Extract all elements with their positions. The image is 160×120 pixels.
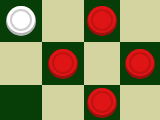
board-square-r2c1[interactable] bbox=[0, 42, 42, 85]
red-checker-ring bbox=[52, 52, 74, 74]
red-checker-ring bbox=[91, 9, 113, 31]
board-square-r1c3[interactable] bbox=[84, 0, 120, 42]
board-square-r1c4[interactable] bbox=[120, 0, 160, 42]
white-checker-ring bbox=[10, 9, 32, 31]
red-checker-ring bbox=[91, 91, 113, 113]
checkers-board bbox=[0, 0, 160, 120]
white-checker-piece[interactable] bbox=[6, 6, 36, 36]
board-square-r2c3[interactable] bbox=[84, 42, 120, 85]
checkers-game-screen bbox=[0, 0, 160, 120]
board-square-r3c3[interactable] bbox=[84, 85, 120, 120]
red-checker-piece[interactable] bbox=[87, 88, 117, 118]
board-square-r3c2[interactable] bbox=[42, 85, 84, 120]
red-checker-piece[interactable] bbox=[87, 6, 117, 36]
board-square-r3c1[interactable] bbox=[0, 85, 42, 120]
red-checker-ring bbox=[129, 52, 151, 74]
board-square-r1c2[interactable] bbox=[42, 0, 84, 42]
board-square-r1c1[interactable] bbox=[0, 0, 42, 42]
red-checker-piece[interactable] bbox=[125, 49, 155, 79]
board-square-r2c4[interactable] bbox=[120, 42, 160, 85]
board-square-r3c4[interactable] bbox=[120, 85, 160, 120]
red-checker-piece[interactable] bbox=[48, 49, 78, 79]
board-square-r2c2[interactable] bbox=[42, 42, 84, 85]
